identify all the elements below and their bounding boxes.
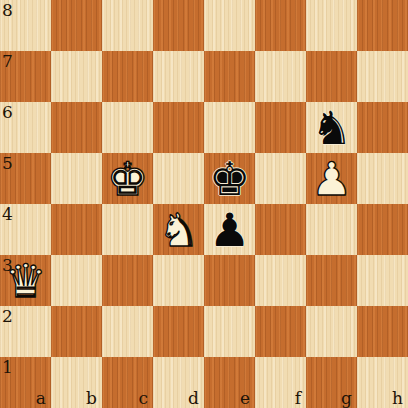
square-a3[interactable]: ♛ [0,255,51,306]
square-g2[interactable] [306,306,357,357]
black-pawn[interactable]: ♟ [209,205,250,256]
square-g5[interactable]: ♟ [306,153,357,204]
square-b8[interactable] [51,0,102,51]
square-f8[interactable] [255,0,306,51]
square-g4[interactable] [306,204,357,255]
square-h6[interactable] [357,102,408,153]
white-pawn[interactable]: ♟ [311,154,352,205]
square-f7[interactable] [255,51,306,102]
square-d5[interactable] [153,153,204,204]
square-e2[interactable] [204,306,255,357]
square-g1[interactable] [306,357,357,408]
square-h1[interactable] [357,357,408,408]
chess-diagram: ♞♚♚♟♞♟♛ 87654321abcdefgh [0,0,408,408]
square-b1[interactable] [51,357,102,408]
square-c7[interactable] [102,51,153,102]
square-c6[interactable] [102,102,153,153]
square-c8[interactable] [102,0,153,51]
square-f5[interactable] [255,153,306,204]
square-f1[interactable] [255,357,306,408]
square-d3[interactable] [153,255,204,306]
square-h7[interactable] [357,51,408,102]
white-king[interactable]: ♚ [107,154,148,205]
square-g3[interactable] [306,255,357,306]
square-f2[interactable] [255,306,306,357]
square-a1[interactable] [0,357,51,408]
square-b3[interactable] [51,255,102,306]
square-e5[interactable]: ♚ [204,153,255,204]
square-f4[interactable] [255,204,306,255]
square-c5[interactable]: ♚ [102,153,153,204]
square-e3[interactable] [204,255,255,306]
square-c4[interactable] [102,204,153,255]
square-d6[interactable] [153,102,204,153]
square-h5[interactable] [357,153,408,204]
square-a7[interactable] [0,51,51,102]
square-b2[interactable] [51,306,102,357]
square-a2[interactable] [0,306,51,357]
square-b4[interactable] [51,204,102,255]
square-g6[interactable]: ♞ [306,102,357,153]
square-b6[interactable] [51,102,102,153]
square-b7[interactable] [51,51,102,102]
square-d8[interactable] [153,0,204,51]
chess-board: ♞♚♚♟♞♟♛ [0,0,408,408]
square-a5[interactable] [0,153,51,204]
square-e1[interactable] [204,357,255,408]
black-king[interactable]: ♚ [209,154,250,205]
square-e4[interactable]: ♟ [204,204,255,255]
square-d1[interactable] [153,357,204,408]
square-g7[interactable] [306,51,357,102]
square-e7[interactable] [204,51,255,102]
square-f3[interactable] [255,255,306,306]
square-h3[interactable] [357,255,408,306]
square-e6[interactable] [204,102,255,153]
white-knight[interactable]: ♞ [158,205,199,256]
square-g8[interactable] [306,0,357,51]
square-h4[interactable] [357,204,408,255]
square-c1[interactable] [102,357,153,408]
square-f6[interactable] [255,102,306,153]
square-a6[interactable] [0,102,51,153]
square-d7[interactable] [153,51,204,102]
square-e8[interactable] [204,0,255,51]
square-d4[interactable]: ♞ [153,204,204,255]
square-d2[interactable] [153,306,204,357]
square-h2[interactable] [357,306,408,357]
square-h8[interactable] [357,0,408,51]
square-a8[interactable] [0,0,51,51]
square-b5[interactable] [51,153,102,204]
black-knight[interactable]: ♞ [311,103,352,154]
square-a4[interactable] [0,204,51,255]
square-c3[interactable] [102,255,153,306]
white-queen[interactable]: ♛ [5,256,46,307]
square-c2[interactable] [102,306,153,357]
